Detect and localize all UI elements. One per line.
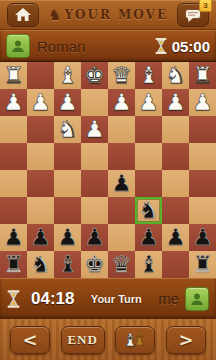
square-c7[interactable]: ♟	[135, 224, 162, 251]
black-pawn: ♟	[138, 224, 159, 251]
square-d3[interactable]	[108, 116, 135, 143]
square-f2[interactable]: ♟	[54, 89, 81, 116]
black-king: ♚	[84, 251, 105, 278]
square-g5[interactable]	[27, 170, 54, 197]
square-g3[interactable]	[27, 116, 54, 143]
player-status-bar: 04:18 Your Turn me	[0, 278, 216, 319]
player-avatar	[185, 287, 209, 311]
opponent-clock: 05:00	[172, 38, 210, 55]
square-b3[interactable]	[162, 116, 189, 143]
square-f8[interactable]: ♝	[54, 251, 81, 278]
black-bishop: ♝	[138, 251, 159, 278]
square-c5[interactable]	[135, 170, 162, 197]
hourglass-icon	[7, 290, 20, 308]
opponent-bar: Roman 05:00	[0, 30, 216, 62]
square-f5[interactable]	[54, 170, 81, 197]
square-d1[interactable]: ♛	[108, 62, 135, 89]
square-d2[interactable]: ♟	[108, 89, 135, 116]
square-f3[interactable]: ♞	[54, 116, 81, 143]
square-c3[interactable]	[135, 116, 162, 143]
square-c1[interactable]: ♝	[135, 62, 162, 89]
square-h3[interactable]	[0, 116, 27, 143]
square-a1[interactable]: ♜	[189, 62, 216, 89]
square-a8[interactable]: ♜	[189, 251, 216, 278]
black-rook: ♜	[3, 251, 24, 278]
square-e5[interactable]	[81, 170, 108, 197]
white-pawn: ♟	[165, 89, 186, 116]
square-f6[interactable]	[54, 197, 81, 224]
square-b5[interactable]	[162, 170, 189, 197]
next-move-button[interactable]: >	[166, 326, 206, 354]
prev-move-button[interactable]: <	[10, 326, 50, 354]
square-a3[interactable]	[189, 116, 216, 143]
square-g4[interactable]	[27, 143, 54, 170]
page-title: ♞ Your Move	[48, 8, 168, 23]
hourglass-icon	[155, 38, 167, 54]
person-icon	[11, 39, 25, 53]
square-e8[interactable]: ♚	[81, 251, 108, 278]
square-e3[interactable]: ♟	[81, 116, 108, 143]
square-b2[interactable]: ♟	[162, 89, 189, 116]
black-knight: ♞	[138, 197, 159, 224]
square-h8[interactable]: ♜	[0, 251, 27, 278]
square-g8[interactable]: ♞	[27, 251, 54, 278]
black-pawn: ♟	[3, 224, 24, 251]
opponent-name: Roman	[37, 38, 85, 55]
white-pawn: ♟	[57, 89, 78, 116]
square-h4[interactable]	[0, 143, 27, 170]
square-d8[interactable]: ♛	[108, 251, 135, 278]
bottom-toolbar: < END ♝ ♝ >	[0, 319, 216, 360]
black-pawn: ♟	[165, 224, 186, 251]
square-c8[interactable]: ♝	[135, 251, 162, 278]
square-g6[interactable]	[27, 197, 54, 224]
player-clock: 04:18	[31, 289, 74, 309]
white-knight: ♞	[57, 116, 78, 143]
square-h2[interactable]: ♟	[0, 89, 27, 116]
turn-indicator: Your Turn	[74, 293, 158, 305]
square-d7[interactable]	[108, 224, 135, 251]
black-queen: ♛	[111, 251, 132, 278]
square-h5[interactable]	[0, 170, 27, 197]
pieces-menu-button[interactable]: ♝ ♝	[115, 326, 155, 354]
square-a4[interactable]	[189, 143, 216, 170]
title-knight-icon: ♞	[48, 8, 61, 23]
white-pawn: ♟	[111, 89, 132, 116]
square-b8[interactable]	[162, 251, 189, 278]
square-e4[interactable]	[81, 143, 108, 170]
white-rook: ♜	[192, 62, 213, 89]
square-f1[interactable]: ♝	[54, 62, 81, 89]
square-c6[interactable]: ♞	[135, 197, 162, 224]
white-rook: ♜	[3, 62, 24, 89]
white-knight: ♞	[165, 62, 186, 89]
square-e1[interactable]: ♚	[81, 62, 108, 89]
square-h6[interactable]	[0, 197, 27, 224]
opponent-avatar	[6, 34, 30, 58]
square-c4[interactable]	[135, 143, 162, 170]
white-bishop: ♝	[138, 62, 159, 89]
square-d4[interactable]	[108, 143, 135, 170]
white-pawn: ♟	[192, 89, 213, 116]
square-g2[interactable]: ♟	[27, 89, 54, 116]
square-a2[interactable]: ♟	[189, 89, 216, 116]
black-pawn: ♟	[84, 224, 105, 251]
square-d6[interactable]	[108, 197, 135, 224]
person-icon	[190, 292, 204, 306]
chess-piece-icon-front: ♝	[122, 331, 138, 349]
black-bishop: ♝	[57, 251, 78, 278]
black-pawn: ♟	[57, 224, 78, 251]
square-f4[interactable]	[54, 143, 81, 170]
square-e7[interactable]: ♟	[81, 224, 108, 251]
square-b6[interactable]	[162, 197, 189, 224]
black-rook: ♜	[192, 251, 213, 278]
home-icon	[15, 8, 31, 22]
top-bar: ♞ Your Move 3	[0, 0, 216, 30]
square-a7[interactable]: ♟	[189, 224, 216, 251]
black-pawn: ♟	[111, 170, 132, 197]
square-f7[interactable]: ♟	[54, 224, 81, 251]
square-h7[interactable]: ♟	[0, 224, 27, 251]
square-g1[interactable]	[27, 62, 54, 89]
square-g7[interactable]: ♟	[27, 224, 54, 251]
player-name: me	[158, 290, 179, 307]
chess-board: ♜♝♚♛♝♞♜♟♟♟♟♟♟♟♞♟♟♞♟♟♟♟♟♟♟♜♞♝♚♛♝♜	[0, 62, 216, 278]
white-king: ♚	[84, 62, 105, 89]
square-e6[interactable]	[81, 197, 108, 224]
chat-button[interactable]: 3	[177, 3, 209, 27]
black-pawn: ♟	[30, 224, 51, 251]
home-button[interactable]	[7, 3, 39, 27]
square-a5[interactable]	[189, 170, 216, 197]
white-pawn: ♟	[30, 89, 51, 116]
square-h1[interactable]: ♜	[0, 62, 27, 89]
black-pawn: ♟	[192, 224, 213, 251]
chess-app: ♞ Your Move 3 Roman	[0, 0, 216, 360]
square-e2[interactable]	[81, 89, 108, 116]
square-a6[interactable]	[189, 197, 216, 224]
square-d5[interactable]: ♟	[108, 170, 135, 197]
white-pawn: ♟	[3, 89, 24, 116]
white-pawn: ♟	[138, 89, 159, 116]
white-queen: ♛	[111, 62, 132, 89]
square-b4[interactable]	[162, 143, 189, 170]
end-game-button[interactable]: END	[61, 326, 105, 354]
black-knight: ♞	[30, 251, 51, 278]
square-b7[interactable]: ♟	[162, 224, 189, 251]
white-bishop: ♝	[57, 62, 78, 89]
white-pawn: ♟	[84, 116, 105, 143]
square-c2[interactable]: ♟	[135, 89, 162, 116]
square-b1[interactable]: ♞	[162, 62, 189, 89]
title-text: Your Move	[64, 8, 168, 22]
chat-unread-badge: 3	[199, 0, 212, 12]
